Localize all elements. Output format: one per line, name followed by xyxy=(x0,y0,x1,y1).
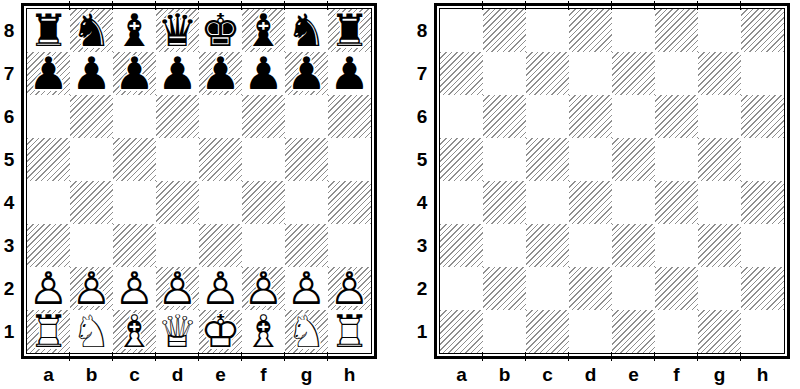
square-a2[interactable] xyxy=(440,267,483,310)
white-rook: ♜♖ xyxy=(27,310,70,353)
piece-outline-layer: ♙ xyxy=(70,267,113,310)
white-pawn: ♟♙ xyxy=(27,267,70,310)
piece-glyph: ♞ xyxy=(285,9,328,52)
square-b1[interactable] xyxy=(483,310,526,353)
border-tick xyxy=(482,1,483,10)
piece-outline-layer: ♘ xyxy=(285,310,328,353)
piece-outline-layer: ♗ xyxy=(242,310,285,353)
square-c6[interactable] xyxy=(526,95,569,138)
black-bishop: ♝ xyxy=(242,9,285,52)
square-f6[interactable] xyxy=(242,95,285,138)
white-queen: ♛♕ xyxy=(156,310,199,353)
square-d7[interactable]: ♟ xyxy=(156,52,199,95)
square-a2[interactable]: ♟♙ xyxy=(27,267,70,310)
square-b8[interactable]: ♞ xyxy=(70,9,113,52)
square-b2[interactable] xyxy=(483,267,526,310)
black-knight: ♞ xyxy=(70,9,113,52)
black-pawn: ♟ xyxy=(156,52,199,95)
square-c4[interactable] xyxy=(113,181,156,224)
square-f5[interactable] xyxy=(242,138,285,181)
file-label-h: h xyxy=(741,362,784,388)
border-tick xyxy=(654,352,655,361)
square-e2[interactable] xyxy=(612,267,655,310)
piece-outline-layer: ♖ xyxy=(27,310,70,353)
square-f7[interactable] xyxy=(655,52,698,95)
square-h5[interactable] xyxy=(741,138,784,181)
file-label-e: e xyxy=(612,362,655,388)
square-b7[interactable] xyxy=(483,52,526,95)
square-f3[interactable] xyxy=(242,224,285,267)
rank-label-3: 3 xyxy=(2,224,16,267)
file-labels: abcdefgh xyxy=(27,362,371,388)
black-pawn: ♟ xyxy=(328,52,371,95)
black-knight: ♞ xyxy=(285,9,328,52)
rank-label-5: 5 xyxy=(415,138,429,181)
border-tick xyxy=(284,352,285,361)
square-f8[interactable] xyxy=(655,9,698,52)
square-b4[interactable] xyxy=(70,181,113,224)
file-label-c: c xyxy=(113,362,156,388)
square-h1[interactable]: ♜♖ xyxy=(328,310,371,353)
border-tick xyxy=(611,1,612,10)
board-inner-border: ♜♞♝♛♚♝♞♜♟♟♟♟♟♟♟♟♟♙♟♙♟♙♟♙♟♙♟♙♟♙♟♙♜♖♞♘♝♗♛♕… xyxy=(26,8,372,354)
square-g4[interactable] xyxy=(285,181,328,224)
square-f3[interactable] xyxy=(655,224,698,267)
square-g8[interactable] xyxy=(698,9,741,52)
square-e3[interactable] xyxy=(612,224,655,267)
square-g8[interactable]: ♞ xyxy=(285,9,328,52)
square-g6[interactable] xyxy=(285,95,328,138)
border-tick xyxy=(112,1,113,10)
square-f2[interactable]: ♟♙ xyxy=(242,267,285,310)
square-b8[interactable] xyxy=(483,9,526,52)
square-c5[interactable] xyxy=(113,138,156,181)
square-g3[interactable] xyxy=(285,224,328,267)
piece-outline-layer: ♙ xyxy=(27,267,70,310)
square-d2[interactable]: ♟♙ xyxy=(156,267,199,310)
square-g4[interactable] xyxy=(698,181,741,224)
square-c8[interactable]: ♝ xyxy=(113,9,156,52)
rank-label-7: 7 xyxy=(415,52,429,95)
piece-outline-layer: ♔ xyxy=(199,310,242,353)
square-h1[interactable] xyxy=(741,310,784,353)
border-tick xyxy=(284,1,285,10)
black-rook: ♜ xyxy=(27,9,70,52)
file-label-d: d xyxy=(156,362,199,388)
white-pawn: ♟♙ xyxy=(70,267,113,310)
square-g1[interactable]: ♞♘ xyxy=(285,310,328,353)
file-label-g: g xyxy=(698,362,741,388)
square-g7[interactable]: ♟ xyxy=(285,52,328,95)
border-tick xyxy=(482,352,483,361)
black-pawn: ♟ xyxy=(113,52,156,95)
square-b1[interactable]: ♞♘ xyxy=(70,310,113,353)
piece-outline-layer: ♙ xyxy=(199,267,242,310)
border-tick xyxy=(198,1,199,10)
square-f2[interactable] xyxy=(655,267,698,310)
rank-label-4: 4 xyxy=(2,181,16,224)
border-tick xyxy=(740,1,741,10)
square-f1[interactable] xyxy=(655,310,698,353)
file-labels: abcdefgh xyxy=(440,362,784,388)
board-grid: ♜♞♝♛♚♝♞♜♟♟♟♟♟♟♟♟♟♙♟♙♟♙♟♙♟♙♟♙♟♙♟♙♜♖♞♘♝♗♛♕… xyxy=(27,9,371,353)
square-c2[interactable]: ♟♙ xyxy=(113,267,156,310)
square-e8[interactable] xyxy=(612,9,655,52)
file-label-f: f xyxy=(242,362,285,388)
piece-outline-layer: ♙ xyxy=(156,267,199,310)
square-d8[interactable] xyxy=(569,9,612,52)
square-c5[interactable] xyxy=(526,138,569,181)
square-b7[interactable]: ♟ xyxy=(70,52,113,95)
square-c4[interactable] xyxy=(526,181,569,224)
square-f4[interactable] xyxy=(242,181,285,224)
square-e5[interactable] xyxy=(612,138,655,181)
white-knight: ♞♘ xyxy=(70,310,113,353)
board-grid xyxy=(440,9,784,353)
border-tick xyxy=(155,352,156,361)
rank-label-6: 6 xyxy=(415,95,429,138)
square-f1[interactable]: ♝♗ xyxy=(242,310,285,353)
square-h8[interactable]: ♜ xyxy=(328,9,371,52)
piece-glyph: ♟ xyxy=(199,52,242,95)
black-pawn: ♟ xyxy=(199,52,242,95)
square-e1[interactable]: ♚♔ xyxy=(199,310,242,353)
piece-glyph: ♟ xyxy=(113,52,156,95)
piece-outline-layer: ♙ xyxy=(328,267,371,310)
square-e4[interactable] xyxy=(199,181,242,224)
square-c7[interactable] xyxy=(526,52,569,95)
file-label-c: c xyxy=(526,362,569,388)
piece-glyph: ♜ xyxy=(328,9,371,52)
square-g6[interactable] xyxy=(698,95,741,138)
square-a5[interactable] xyxy=(27,138,70,181)
square-b2[interactable]: ♟♙ xyxy=(70,267,113,310)
black-queen: ♛ xyxy=(156,9,199,52)
square-a4[interactable] xyxy=(27,181,70,224)
border-tick xyxy=(568,1,569,10)
board-inner-border xyxy=(439,8,785,354)
square-h6[interactable] xyxy=(741,95,784,138)
square-b3[interactable] xyxy=(70,224,113,267)
square-a1[interactable]: ♜♖ xyxy=(27,310,70,353)
file-label-d: d xyxy=(569,362,612,388)
rank-label-1: 1 xyxy=(2,310,16,353)
piece-glyph: ♚ xyxy=(199,9,242,52)
rank-label-8: 8 xyxy=(415,9,429,52)
square-e3[interactable] xyxy=(199,224,242,267)
square-h4[interactable] xyxy=(328,181,371,224)
square-g7[interactable] xyxy=(698,52,741,95)
rank-label-8: 8 xyxy=(2,9,16,52)
border-tick xyxy=(112,352,113,361)
square-a3[interactable] xyxy=(440,224,483,267)
square-d4[interactable] xyxy=(569,181,612,224)
square-d1[interactable]: ♛♕ xyxy=(156,310,199,353)
rank-label-2: 2 xyxy=(415,267,429,310)
white-pawn: ♟♙ xyxy=(285,267,328,310)
starting-position-board-diagram: 87654321 ♜♞♝♛♚♝♞♜♟♟♟♟♟♟♟♟♟♙♟♙♟♙♟♙♟♙♟♙♟♙♟… xyxy=(21,3,377,389)
border-tick xyxy=(198,352,199,361)
rank-label-6: 6 xyxy=(2,95,16,138)
border-tick xyxy=(327,352,328,361)
square-a4[interactable] xyxy=(440,181,483,224)
square-f7[interactable]: ♟ xyxy=(242,52,285,95)
square-d7[interactable] xyxy=(569,52,612,95)
piece-outline-layer: ♙ xyxy=(285,267,328,310)
square-f4[interactable] xyxy=(655,181,698,224)
piece-glyph: ♟ xyxy=(242,52,285,95)
square-e2[interactable]: ♟♙ xyxy=(199,267,242,310)
board-frame xyxy=(434,3,790,359)
empty-board-diagram: 87654321 abcdefgh xyxy=(434,3,790,389)
border-tick xyxy=(241,1,242,10)
square-b4[interactable] xyxy=(483,181,526,224)
square-a6[interactable] xyxy=(440,95,483,138)
white-pawn: ♟♙ xyxy=(156,267,199,310)
square-f8[interactable]: ♝ xyxy=(242,9,285,52)
square-c3[interactable] xyxy=(526,224,569,267)
rank-labels: 87654321 xyxy=(2,9,16,353)
square-c6[interactable] xyxy=(113,95,156,138)
piece-outline-layer: ♕ xyxy=(156,310,199,353)
square-a6[interactable] xyxy=(27,95,70,138)
black-pawn: ♟ xyxy=(70,52,113,95)
square-b6[interactable] xyxy=(483,95,526,138)
rank-labels: 87654321 xyxy=(415,9,429,353)
border-tick xyxy=(611,352,612,361)
white-bishop: ♝♗ xyxy=(113,310,156,353)
square-a1[interactable] xyxy=(440,310,483,353)
white-rook: ♜♖ xyxy=(328,310,371,353)
square-e5[interactable] xyxy=(199,138,242,181)
white-knight: ♞♘ xyxy=(285,310,328,353)
file-label-a: a xyxy=(440,362,483,388)
border-tick xyxy=(697,352,698,361)
square-e8[interactable]: ♚ xyxy=(199,9,242,52)
white-pawn: ♟♙ xyxy=(199,267,242,310)
square-a5[interactable] xyxy=(440,138,483,181)
piece-glyph: ♟ xyxy=(328,52,371,95)
square-a3[interactable] xyxy=(27,224,70,267)
black-rook: ♜ xyxy=(328,9,371,52)
piece-glyph: ♟ xyxy=(27,52,70,95)
piece-glyph: ♝ xyxy=(242,9,285,52)
square-a8[interactable] xyxy=(440,9,483,52)
piece-glyph: ♟ xyxy=(285,52,328,95)
piece-glyph: ♟ xyxy=(70,52,113,95)
board-frame: ♜♞♝♛♚♝♞♜♟♟♟♟♟♟♟♟♟♙♟♙♟♙♟♙♟♙♟♙♟♙♟♙♜♖♞♘♝♗♛♕… xyxy=(21,3,377,359)
square-b5[interactable] xyxy=(483,138,526,181)
black-pawn: ♟ xyxy=(285,52,328,95)
square-c2[interactable] xyxy=(526,267,569,310)
square-e7[interactable]: ♟ xyxy=(199,52,242,95)
square-h6[interactable] xyxy=(328,95,371,138)
square-e1[interactable] xyxy=(612,310,655,353)
rank-label-1: 1 xyxy=(415,310,429,353)
piece-outline-layer: ♖ xyxy=(328,310,371,353)
piece-outline-layer: ♙ xyxy=(242,267,285,310)
file-label-a: a xyxy=(27,362,70,388)
square-d5[interactable] xyxy=(156,138,199,181)
square-c7[interactable]: ♟ xyxy=(113,52,156,95)
square-f6[interactable] xyxy=(655,95,698,138)
piece-glyph: ♞ xyxy=(70,9,113,52)
square-c1[interactable]: ♝♗ xyxy=(113,310,156,353)
white-pawn: ♟♙ xyxy=(242,267,285,310)
border-tick xyxy=(568,352,569,361)
square-g2[interactable]: ♟♙ xyxy=(285,267,328,310)
white-pawn: ♟♙ xyxy=(328,267,371,310)
white-bishop: ♝♗ xyxy=(242,310,285,353)
square-d8[interactable]: ♛ xyxy=(156,9,199,52)
file-label-b: b xyxy=(483,362,526,388)
square-g5[interactable] xyxy=(698,138,741,181)
square-a8[interactable]: ♜ xyxy=(27,9,70,52)
rank-label-5: 5 xyxy=(2,138,16,181)
square-d5[interactable] xyxy=(569,138,612,181)
piece-outline-layer: ♙ xyxy=(113,267,156,310)
file-label-g: g xyxy=(285,362,328,388)
piece-outline-layer: ♗ xyxy=(113,310,156,353)
square-h4[interactable] xyxy=(741,181,784,224)
border-tick xyxy=(241,352,242,361)
chess-diagrams-page: 87654321 ♜♞♝♛♚♝♞♜♟♟♟♟♟♟♟♟♟♙♟♙♟♙♟♙♟♙♟♙♟♙♟… xyxy=(0,0,800,389)
black-king: ♚ xyxy=(199,9,242,52)
border-tick xyxy=(525,352,526,361)
square-h8[interactable] xyxy=(741,9,784,52)
piece-outline-layer: ♘ xyxy=(70,310,113,353)
square-h3[interactable] xyxy=(741,224,784,267)
square-b3[interactable] xyxy=(483,224,526,267)
rank-label-4: 4 xyxy=(415,181,429,224)
white-pawn: ♟♙ xyxy=(113,267,156,310)
border-tick xyxy=(327,1,328,10)
square-d6[interactable] xyxy=(156,95,199,138)
square-e7[interactable] xyxy=(612,52,655,95)
border-tick xyxy=(69,352,70,361)
piece-glyph: ♜ xyxy=(27,9,70,52)
rank-label-7: 7 xyxy=(2,52,16,95)
border-tick xyxy=(740,352,741,361)
square-e4[interactable] xyxy=(612,181,655,224)
square-c3[interactable] xyxy=(113,224,156,267)
border-tick xyxy=(654,1,655,10)
white-king: ♚♔ xyxy=(199,310,242,353)
square-d2[interactable] xyxy=(569,267,612,310)
square-d6[interactable] xyxy=(569,95,612,138)
square-g3[interactable] xyxy=(698,224,741,267)
square-e6[interactable] xyxy=(199,95,242,138)
square-b6[interactable] xyxy=(70,95,113,138)
piece-glyph: ♟ xyxy=(156,52,199,95)
piece-glyph: ♝ xyxy=(113,9,156,52)
border-tick xyxy=(525,1,526,10)
square-h5[interactable] xyxy=(328,138,371,181)
square-d3[interactable] xyxy=(156,224,199,267)
square-g5[interactable] xyxy=(285,138,328,181)
file-label-e: e xyxy=(199,362,242,388)
rank-label-2: 2 xyxy=(2,267,16,310)
square-a7[interactable]: ♟ xyxy=(27,52,70,95)
square-c1[interactable] xyxy=(526,310,569,353)
black-pawn: ♟ xyxy=(242,52,285,95)
square-d4[interactable] xyxy=(156,181,199,224)
file-label-h: h xyxy=(328,362,371,388)
square-d1[interactable] xyxy=(569,310,612,353)
square-h7[interactable] xyxy=(741,52,784,95)
square-h3[interactable] xyxy=(328,224,371,267)
black-bishop: ♝ xyxy=(113,9,156,52)
square-b5[interactable] xyxy=(70,138,113,181)
square-g1[interactable] xyxy=(698,310,741,353)
square-g2[interactable] xyxy=(698,267,741,310)
square-f5[interactable] xyxy=(655,138,698,181)
square-c8[interactable] xyxy=(526,9,569,52)
border-tick xyxy=(69,1,70,10)
rank-label-3: 3 xyxy=(415,224,429,267)
black-pawn: ♟ xyxy=(27,52,70,95)
border-tick xyxy=(155,1,156,10)
square-a7[interactable] xyxy=(440,52,483,95)
border-tick xyxy=(697,1,698,10)
piece-glyph: ♛ xyxy=(156,9,199,52)
square-h2[interactable]: ♟♙ xyxy=(328,267,371,310)
square-h7[interactable]: ♟ xyxy=(328,52,371,95)
file-label-b: b xyxy=(70,362,113,388)
square-d3[interactable] xyxy=(569,224,612,267)
file-label-f: f xyxy=(655,362,698,388)
square-e6[interactable] xyxy=(612,95,655,138)
square-h2[interactable] xyxy=(741,267,784,310)
